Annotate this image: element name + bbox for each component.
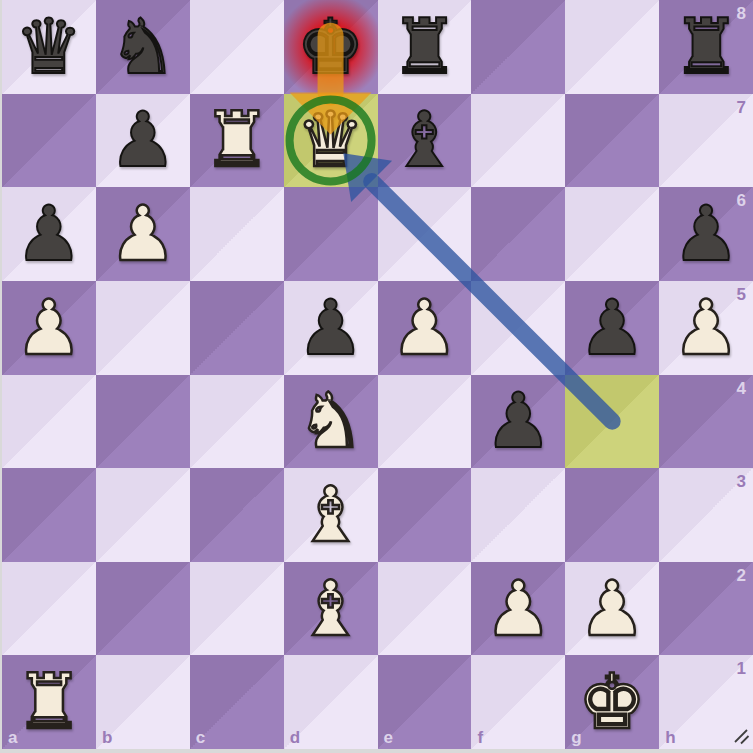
black-king[interactable]: ♚	[296, 9, 364, 85]
white-rook[interactable]: ♜	[203, 102, 271, 178]
square-g2[interactable]: ♟	[565, 562, 659, 656]
white-bishop[interactable]: ♝	[296, 477, 364, 553]
square-d2[interactable]: ♝	[284, 562, 378, 656]
black-queen[interactable]: ♛	[15, 9, 83, 85]
square-f6[interactable]	[471, 187, 565, 281]
square-h6[interactable]: ♟6	[659, 187, 753, 281]
square-b1[interactable]: b	[96, 655, 190, 749]
white-pawn[interactable]: ♟	[15, 290, 83, 366]
square-a8[interactable]: ♛	[2, 0, 96, 94]
square-a5[interactable]: ♟	[2, 281, 96, 375]
square-d5[interactable]: ♟	[284, 281, 378, 375]
square-a7[interactable]	[2, 94, 96, 188]
square-d8[interactable]: ♚	[284, 0, 378, 94]
square-a6[interactable]: ♟	[2, 187, 96, 281]
white-pawn[interactable]: ♟	[578, 571, 646, 647]
file-label-d: d	[290, 729, 300, 746]
square-h3[interactable]: 3	[659, 468, 753, 562]
rank-label-7: 7	[737, 99, 746, 116]
file-label-f: f	[477, 729, 483, 746]
rank-label-2: 2	[737, 567, 746, 584]
square-c7[interactable]: ♜	[190, 94, 284, 188]
square-c8[interactable]	[190, 0, 284, 94]
rank-label-3: 3	[737, 473, 746, 490]
white-rook[interactable]: ♜	[15, 664, 83, 740]
white-pawn[interactable]: ♟	[390, 290, 458, 366]
square-g8[interactable]	[565, 0, 659, 94]
square-b3[interactable]	[96, 468, 190, 562]
file-label-b: b	[102, 729, 112, 746]
square-c4[interactable]	[190, 375, 284, 469]
resize-handle-icon[interactable]	[732, 727, 750, 745]
square-g1[interactable]: ♚g	[565, 655, 659, 749]
square-c1[interactable]: c	[190, 655, 284, 749]
square-f2[interactable]: ♟	[471, 562, 565, 656]
file-label-a: a	[8, 729, 17, 746]
square-b8[interactable]: ♞	[96, 0, 190, 94]
square-g5[interactable]: ♟	[565, 281, 659, 375]
square-c2[interactable]	[190, 562, 284, 656]
square-a3[interactable]	[2, 468, 96, 562]
square-c6[interactable]	[190, 187, 284, 281]
rank-label-1: 1	[737, 660, 746, 677]
square-f3[interactable]	[471, 468, 565, 562]
black-pawn[interactable]: ♟	[484, 383, 552, 459]
square-h8[interactable]: ♜8	[659, 0, 753, 94]
square-d4[interactable]: ♞	[284, 375, 378, 469]
black-pawn[interactable]: ♟	[15, 196, 83, 272]
black-pawn[interactable]: ♟	[672, 196, 740, 272]
white-queen[interactable]: ♛	[296, 102, 364, 178]
square-c3[interactable]	[190, 468, 284, 562]
black-rook[interactable]: ♜	[672, 9, 740, 85]
square-a2[interactable]	[2, 562, 96, 656]
white-king[interactable]: ♚	[578, 664, 646, 740]
black-rook[interactable]: ♜	[390, 9, 458, 85]
square-f8[interactable]	[471, 0, 565, 94]
square-f4[interactable]: ♟	[471, 375, 565, 469]
square-e7[interactable]: ♝	[378, 94, 472, 188]
square-b5[interactable]	[96, 281, 190, 375]
black-knight[interactable]: ♞	[109, 9, 177, 85]
rank-label-5: 5	[737, 286, 746, 303]
white-pawn[interactable]: ♟	[109, 196, 177, 272]
square-a4[interactable]	[2, 375, 96, 469]
white-pawn[interactable]: ♟	[484, 571, 552, 647]
square-b7[interactable]: ♟	[96, 94, 190, 188]
square-e6[interactable]	[378, 187, 472, 281]
white-pawn[interactable]: ♟	[672, 290, 740, 366]
rank-label-8: 8	[737, 5, 746, 22]
square-b2[interactable]	[96, 562, 190, 656]
square-h2[interactable]: 2	[659, 562, 753, 656]
square-a1[interactable]: ♜a	[2, 655, 96, 749]
square-g3[interactable]	[565, 468, 659, 562]
square-f7[interactable]	[471, 94, 565, 188]
square-f1[interactable]: f	[471, 655, 565, 749]
chess-board[interactable]: ♛♞♚♜♜8♟♜♛♝7♟♟♟6♟♟♟♟♟5♞♟4♝3♝♟♟2♜abcdef♚g1…	[2, 0, 753, 749]
square-b6[interactable]: ♟	[96, 187, 190, 281]
square-d1[interactable]: d	[284, 655, 378, 749]
square-e5[interactable]: ♟	[378, 281, 472, 375]
file-label-c: c	[196, 729, 205, 746]
square-e8[interactable]: ♜	[378, 0, 472, 94]
square-h5[interactable]: ♟5	[659, 281, 753, 375]
rank-label-4: 4	[737, 380, 746, 397]
square-d3[interactable]: ♝	[284, 468, 378, 562]
square-h1[interactable]: 1h	[659, 655, 753, 749]
file-label-e: e	[384, 729, 393, 746]
black-pawn[interactable]: ♟	[109, 102, 177, 178]
file-label-g: g	[571, 729, 581, 746]
square-e4[interactable]	[378, 375, 472, 469]
square-d6[interactable]	[284, 187, 378, 281]
square-g6[interactable]	[565, 187, 659, 281]
square-d7[interactable]: ♛	[284, 94, 378, 188]
square-e1[interactable]: e	[378, 655, 472, 749]
square-g7[interactable]	[565, 94, 659, 188]
square-g4[interactable]	[565, 375, 659, 469]
black-pawn[interactable]: ♟	[578, 290, 646, 366]
square-f5[interactable]	[471, 281, 565, 375]
square-b4[interactable]	[96, 375, 190, 469]
rank-label-6: 6	[737, 192, 746, 209]
black-pawn[interactable]: ♟	[296, 290, 364, 366]
file-label-h: h	[665, 729, 675, 746]
white-knight[interactable]: ♞	[296, 383, 364, 459]
square-e3[interactable]	[378, 468, 472, 562]
white-bishop[interactable]: ♝	[296, 571, 364, 647]
square-e2[interactable]	[378, 562, 472, 656]
black-bishop[interactable]: ♝	[390, 102, 458, 178]
square-c5[interactable]	[190, 281, 284, 375]
square-h7[interactable]: 7	[659, 94, 753, 188]
square-h4[interactable]: 4	[659, 375, 753, 469]
